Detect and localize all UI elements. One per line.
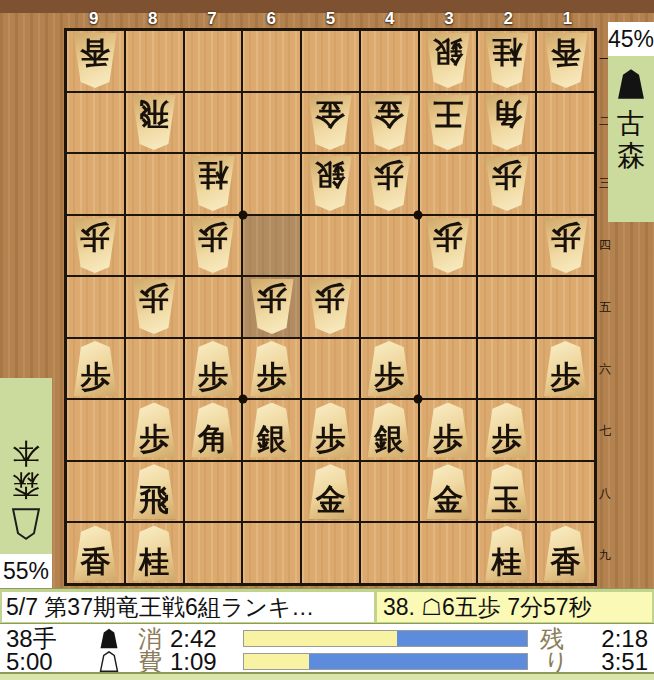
black-used-time: 2:42 <box>170 628 217 650</box>
square-7二[interactable] <box>185 93 242 153</box>
white-piece-歩: 歩 <box>71 218 119 273</box>
black-piece-角: 角 <box>189 403 237 458</box>
bottom-wood-strip <box>0 672 654 680</box>
square-9七[interactable] <box>67 400 124 460</box>
square-5三[interactable]: 銀 <box>302 154 359 214</box>
square-5二[interactable]: 金 <box>302 93 359 153</box>
square-8九[interactable]: 桂 <box>126 523 183 583</box>
square-1六[interactable]: 歩 <box>537 339 594 399</box>
square-7一[interactable] <box>185 31 242 91</box>
black-piece-金: 金 <box>424 464 472 519</box>
black-piece-歩: 歩 <box>306 403 354 458</box>
black-name-char: 森 <box>617 140 645 172</box>
square-5九[interactable] <box>302 523 359 583</box>
square-2五[interactable] <box>478 277 535 337</box>
black-piece-桂: 桂 <box>483 526 531 581</box>
white-piece-銀: 銀 <box>424 33 472 88</box>
square-3五[interactable] <box>420 277 477 337</box>
square-9八[interactable] <box>67 462 124 522</box>
rank-label-四: 四 <box>597 237 613 254</box>
square-5四[interactable] <box>302 216 359 276</box>
square-1五[interactable] <box>537 277 594 337</box>
white-time-bar-remaining <box>309 654 527 669</box>
white-piece-角: 角 <box>483 95 531 150</box>
file-label-3: 3 <box>419 9 478 28</box>
square-4二[interactable]: 金 <box>361 93 418 153</box>
square-2三[interactable]: 歩 <box>478 154 535 214</box>
square-9九[interactable]: 香 <box>67 523 124 583</box>
black-piece-桂: 桂 <box>130 526 178 581</box>
white-piece-香: 香 <box>542 33 590 88</box>
rank-label-六: 六 <box>597 361 613 378</box>
white-piece-歩: 歩 <box>189 218 237 273</box>
black-player-name: 古森 <box>617 108 645 172</box>
black-remaining-time: 2:18 <box>601 628 648 650</box>
square-6九[interactable] <box>243 523 300 583</box>
black-piece-歩: 歩 <box>542 341 590 396</box>
rank-label-九: 九 <box>597 547 613 564</box>
square-1三[interactable] <box>537 154 594 214</box>
square-6三[interactable] <box>243 154 300 214</box>
label-remaining-1: 残 <box>540 628 564 650</box>
square-9二[interactable] <box>67 93 124 153</box>
white-name-char: 森 <box>12 469 40 501</box>
square-9六[interactable]: 歩 <box>67 339 124 399</box>
square-8一[interactable] <box>126 31 183 91</box>
square-4五[interactable] <box>361 277 418 337</box>
white-piece-歩: 歩 <box>483 156 531 211</box>
black-piece-icon <box>616 68 646 100</box>
black-piece-歩: 歩 <box>483 403 531 458</box>
file-label-1: 1 <box>538 9 597 28</box>
square-7八[interactable] <box>185 462 242 522</box>
file-label-4: 4 <box>360 9 419 28</box>
square-3七[interactable]: 歩 <box>420 400 477 460</box>
black-time-bar <box>243 630 528 647</box>
square-3九[interactable] <box>420 523 477 583</box>
white-piece-歩: 歩 <box>424 218 472 273</box>
white-piece-香: 香 <box>71 33 119 88</box>
square-2七[interactable]: 歩 <box>478 400 535 460</box>
star-point <box>414 211 423 220</box>
square-2九[interactable]: 桂 <box>478 523 535 583</box>
file-label-7: 7 <box>182 9 241 28</box>
square-2四[interactable] <box>478 216 535 276</box>
black-piece-歩: 歩 <box>248 341 296 396</box>
rank-label-五: 五 <box>597 299 613 316</box>
star-point <box>238 211 247 220</box>
white-piece-金: 金 <box>365 95 413 150</box>
white-piece-金: 金 <box>306 95 354 150</box>
app-background: 987654321 一二三四五六七八九 香銀桂香飛金金王角桂銀歩歩歩歩歩歩歩歩歩… <box>0 0 654 680</box>
black-piece-金: 金 <box>306 464 354 519</box>
black-piece-飛: 飛 <box>130 464 178 519</box>
square-7三[interactable]: 桂 <box>185 154 242 214</box>
white-player-panel[interactable]: 本森 <box>0 378 52 554</box>
white-piece-歩: 歩 <box>130 279 178 334</box>
file-label-2: 2 <box>479 9 538 28</box>
white-piece-桂: 桂 <box>189 156 237 211</box>
white-piece-銀: 銀 <box>306 156 354 211</box>
white-piece-王: 王 <box>424 95 472 150</box>
black-piece-歩: 歩 <box>71 341 119 396</box>
square-2二[interactable]: 角 <box>478 93 535 153</box>
square-5五[interactable]: 歩 <box>302 277 359 337</box>
square-4三[interactable]: 歩 <box>361 154 418 214</box>
square-5一[interactable] <box>302 31 359 91</box>
white-time-bar-used <box>244 654 309 669</box>
square-8五[interactable]: 歩 <box>126 277 183 337</box>
square-3四[interactable]: 歩 <box>420 216 477 276</box>
black-name-char: 古 <box>617 108 645 140</box>
star-point <box>238 395 247 404</box>
square-4八[interactable] <box>361 462 418 522</box>
white-player-name: 本森 <box>12 437 40 501</box>
white-piece-歩: 歩 <box>542 218 590 273</box>
square-4四[interactable] <box>361 216 418 276</box>
black-eval-percent: 45% <box>608 22 654 56</box>
black-piece-歩: 歩 <box>189 341 237 396</box>
black-time-bar-remaining <box>397 631 527 646</box>
white-piece-桂: 桂 <box>483 33 531 88</box>
square-6四[interactable] <box>243 216 300 276</box>
board-grid: 香銀桂香飛金金王角桂銀歩歩歩歩歩歩歩歩歩歩歩歩歩歩歩角銀歩銀歩歩飛金金玉香桂桂香 <box>64 28 597 586</box>
last-move-display[interactable]: 38. ☖6五歩 7分57秒 <box>377 592 652 622</box>
black-piece-歩: 歩 <box>365 341 413 396</box>
square-4九[interactable] <box>361 523 418 583</box>
square-3六[interactable] <box>420 339 477 399</box>
move-count: 38手 <box>6 628 57 650</box>
square-3三[interactable] <box>420 154 477 214</box>
rank-label-七: 七 <box>597 423 613 440</box>
square-3二[interactable]: 王 <box>420 93 477 153</box>
square-5六[interactable] <box>302 339 359 399</box>
square-4一[interactable] <box>361 31 418 91</box>
file-label-8: 8 <box>123 9 182 28</box>
black-piece-香: 香 <box>542 526 590 581</box>
square-8三[interactable] <box>126 154 183 214</box>
square-9五[interactable] <box>67 277 124 337</box>
square-6七[interactable]: 銀 <box>243 400 300 460</box>
square-7五[interactable] <box>185 277 242 337</box>
rank-label-八: 八 <box>597 485 613 502</box>
square-1四[interactable]: 歩 <box>537 216 594 276</box>
star-point <box>414 395 423 404</box>
label-used-2: 費 <box>138 651 162 673</box>
white-piece-歩: 歩 <box>365 156 413 211</box>
white-name-char: 本 <box>12 437 40 469</box>
file-label-9: 9 <box>64 9 123 28</box>
file-labels: 987654321 <box>64 9 597 28</box>
square-1七[interactable] <box>537 400 594 460</box>
square-9三[interactable] <box>67 154 124 214</box>
square-7七[interactable]: 角 <box>185 400 242 460</box>
square-6八[interactable] <box>243 462 300 522</box>
black-player-panel[interactable]: 古森 <box>608 56 654 222</box>
file-label-5: 5 <box>301 9 360 28</box>
black-piece-玉: 玉 <box>483 464 531 519</box>
black-piece-香: 香 <box>71 526 119 581</box>
square-7四[interactable]: 歩 <box>185 216 242 276</box>
square-1一[interactable]: 香 <box>537 31 594 91</box>
white-piece-歩: 歩 <box>248 279 296 334</box>
square-1八[interactable] <box>537 462 594 522</box>
square-4六[interactable]: 歩 <box>361 339 418 399</box>
event-title[interactable]: 5/7 第37期竜王戦6組ランキ… <box>2 592 374 622</box>
black-piece-icon-small <box>98 628 120 649</box>
time-control: 5:00 <box>6 651 53 673</box>
black-piece-銀: 銀 <box>365 403 413 458</box>
info-band: 5/7 第37期竜王戦6組ランキ… 38. ☖6五歩 7分57秒 <box>0 588 654 624</box>
white-remaining-time: 3:51 <box>601 651 648 673</box>
white-used-time: 1:09 <box>170 651 217 673</box>
white-time-bar <box>243 653 528 670</box>
square-8六[interactable] <box>126 339 183 399</box>
clock-row: 38手 5:00 消 費 2:42 1:09 残 り 2:18 3:51 <box>0 624 654 672</box>
square-9四[interactable]: 歩 <box>67 216 124 276</box>
square-6五[interactable]: 歩 <box>243 277 300 337</box>
square-8八[interactable]: 飛 <box>126 462 183 522</box>
square-7九[interactable] <box>185 523 242 583</box>
square-8七[interactable]: 歩 <box>126 400 183 460</box>
square-1二[interactable] <box>537 93 594 153</box>
white-piece-歩: 歩 <box>306 279 354 334</box>
square-3一[interactable]: 銀 <box>420 31 477 91</box>
label-remaining-2: り <box>544 651 569 673</box>
square-6一[interactable] <box>243 31 300 91</box>
square-6六[interactable]: 歩 <box>243 339 300 399</box>
square-6二[interactable] <box>243 93 300 153</box>
white-eval-percent: 55% <box>0 554 52 588</box>
white-piece-icon-small <box>98 651 120 672</box>
square-8四[interactable] <box>126 216 183 276</box>
black-piece-歩: 歩 <box>424 403 472 458</box>
white-piece-飛: 飛 <box>130 95 178 150</box>
square-2一[interactable]: 桂 <box>478 31 535 91</box>
square-5七[interactable]: 歩 <box>302 400 359 460</box>
black-piece-歩: 歩 <box>130 403 178 458</box>
square-8二[interactable]: 飛 <box>126 93 183 153</box>
white-piece-icon <box>11 508 41 540</box>
file-label-6: 6 <box>242 9 301 28</box>
square-7六[interactable]: 歩 <box>185 339 242 399</box>
label-used-1: 消 <box>138 628 162 650</box>
square-4七[interactable]: 銀 <box>361 400 418 460</box>
square-9一[interactable]: 香 <box>67 31 124 91</box>
black-piece-銀: 銀 <box>248 403 296 458</box>
square-1九[interactable]: 香 <box>537 523 594 583</box>
square-3八[interactable]: 金 <box>420 462 477 522</box>
square-5八[interactable]: 金 <box>302 462 359 522</box>
black-time-bar-used <box>244 631 397 646</box>
square-2八[interactable]: 玉 <box>478 462 535 522</box>
square-2六[interactable] <box>478 339 535 399</box>
